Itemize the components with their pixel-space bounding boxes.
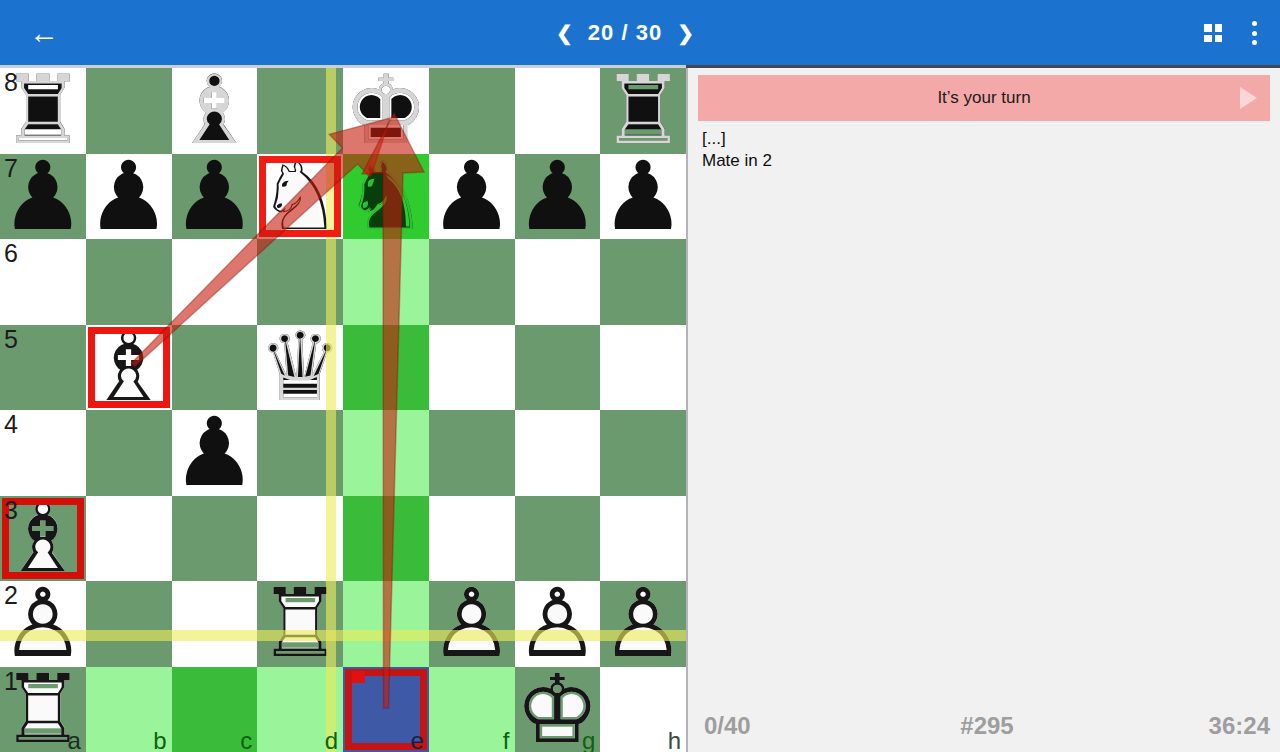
square-h1[interactable]: h: [600, 667, 686, 752]
file-label-f: f: [503, 727, 510, 752]
black-pawn-c4: ♟: [172, 410, 258, 496]
piece-detail-overlay: ♙: [515, 581, 601, 667]
score-counter: 0/40: [704, 712, 751, 740]
square-e7[interactable]: ♞♘: [343, 154, 429, 240]
app-bar: ← ❮ 20 / 30 ❯: [0, 0, 1280, 65]
piece-detail-overlay: ♖: [600, 68, 686, 154]
square-d4[interactable]: [257, 410, 343, 496]
square-d7[interactable]: ♞♘: [257, 154, 343, 240]
square-b2[interactable]: [86, 581, 172, 667]
turn-banner-label: It’s your turn: [937, 88, 1030, 108]
square-b1[interactable]: b: [86, 667, 172, 752]
rank-label-7: 7: [4, 154, 18, 183]
square-b8[interactable]: [86, 68, 172, 154]
square-c8[interactable]: ♝♗: [172, 68, 258, 154]
square-h5[interactable]: [600, 325, 686, 411]
piece-detail-overlay: ♔: [343, 68, 429, 154]
square-h3[interactable]: [600, 496, 686, 582]
file-label-a: a: [67, 727, 80, 752]
highlight-border-a3: [2, 498, 84, 580]
square-e3[interactable]: [343, 496, 429, 582]
square-e8[interactable]: ♚♔: [343, 68, 429, 154]
white-pawn-a2: ♟: [0, 581, 86, 667]
piece-detail-overlay: ♙: [429, 581, 515, 667]
square-h7[interactable]: ♟: [600, 154, 686, 240]
square-b3[interactable]: [86, 496, 172, 582]
black-king-e8: ♚: [343, 68, 429, 154]
piece-detail-overlay: ♙: [600, 581, 686, 667]
square-a7[interactable]: ♟7: [0, 154, 86, 240]
square-d1[interactable]: d: [257, 667, 343, 752]
piece-detail-overlay: ♖: [0, 68, 86, 154]
piece-detail-overlay: ♘: [343, 154, 429, 240]
square-a4[interactable]: 4: [0, 410, 86, 496]
next-puzzle-icon[interactable]: ❯: [677, 21, 694, 45]
square-e4[interactable]: [343, 410, 429, 496]
square-h8[interactable]: ♜♖: [600, 68, 686, 154]
file-label-h: h: [668, 727, 681, 752]
black-rook-h8: ♜: [600, 68, 686, 154]
square-a6[interactable]: 6: [0, 239, 86, 325]
border-corner-notch: [352, 671, 365, 683]
square-g7[interactable]: ♟: [515, 154, 601, 240]
square-b4[interactable]: [86, 410, 172, 496]
rank-label-6: 6: [4, 239, 18, 268]
square-d2[interactable]: ♜♖: [257, 581, 343, 667]
square-h4[interactable]: [600, 410, 686, 496]
file-label-c: c: [240, 727, 252, 752]
highlight-border-b5: [88, 327, 170, 409]
turn-banner[interactable]: It’s your turn: [698, 75, 1270, 121]
white-king-g1: ♚: [515, 667, 601, 752]
square-b6[interactable]: [86, 239, 172, 325]
highlight-border-e1: [345, 669, 427, 751]
square-c3[interactable]: [172, 496, 258, 582]
piece-detail-overlay: ♗: [172, 68, 258, 154]
board-area: ♜♖8♝♗♚♔♜♖♟7♟♟♞♘♞♘♟♟♟65♝♗♛♕4♟♝♗3♟♙2♜♖♟♙♟♙…: [0, 65, 686, 752]
square-g5[interactable]: [515, 325, 601, 411]
square-c6[interactable]: [172, 239, 258, 325]
square-g4[interactable]: [515, 410, 601, 496]
white-pawn-g2: ♟: [515, 581, 601, 667]
square-e5[interactable]: [343, 325, 429, 411]
square-a1[interactable]: ♜♖1a: [0, 667, 86, 752]
square-e1[interactable]: e: [343, 667, 429, 752]
highlight-border-d7: [259, 156, 341, 238]
square-f1[interactable]: f: [429, 667, 515, 752]
black-pawn-g7: ♟: [515, 154, 601, 240]
square-g1[interactable]: ♚♔g: [515, 667, 601, 752]
file-label-b: b: [153, 727, 166, 752]
black-knight-e7: ♞: [343, 154, 429, 240]
square-b7[interactable]: ♟: [86, 154, 172, 240]
rank-label-4: 4: [4, 410, 18, 439]
square-a8[interactable]: ♜♖8: [0, 68, 86, 154]
square-g6[interactable]: [515, 239, 601, 325]
chess-board: ♜♖8♝♗♚♔♜♖♟7♟♟♞♘♞♘♟♟♟65♝♗♛♕4♟♝♗3♟♙2♜♖♟♙♟♙…: [0, 68, 686, 752]
square-a2[interactable]: ♟♙2: [0, 581, 86, 667]
puzzle-counter: 20 / 30: [588, 20, 662, 46]
square-h6[interactable]: [600, 239, 686, 325]
square-c7[interactable]: ♟: [172, 154, 258, 240]
square-f3[interactable]: [429, 496, 515, 582]
grid-view-icon[interactable]: [1204, 24, 1222, 42]
square-c5[interactable]: [172, 325, 258, 411]
white-pawn-f2: ♟: [429, 581, 515, 667]
square-f7[interactable]: ♟: [429, 154, 515, 240]
square-b5[interactable]: ♝♗: [86, 325, 172, 411]
black-bishop-c8: ♝: [172, 68, 258, 154]
square-c4[interactable]: ♟: [172, 410, 258, 496]
puzzle-goal: Mate in 2: [702, 150, 1280, 172]
square-d6[interactable]: [257, 239, 343, 325]
rank-label-2: 2: [4, 581, 18, 610]
piece-detail-overlay: ♔: [515, 667, 601, 752]
piece-detail-overlay: ♙: [0, 581, 86, 667]
square-h2[interactable]: ♟♙: [600, 581, 686, 667]
white-rook-d2: ♜: [257, 581, 343, 667]
black-pawn-f7: ♟: [429, 154, 515, 240]
black-pawn-b7: ♟: [86, 154, 172, 240]
square-e6[interactable]: [343, 239, 429, 325]
status-bar: 0/40 #295 36:24: [704, 712, 1270, 740]
puzzle-navigation: ❮ 20 / 30 ❯: [556, 0, 694, 65]
square-f2[interactable]: ♟♙: [429, 581, 515, 667]
black-queen-d5: ♛: [257, 325, 343, 411]
square-g2[interactable]: ♟♙: [515, 581, 601, 667]
square-f8[interactable]: [429, 68, 515, 154]
rank-label-8: 8: [4, 68, 18, 97]
white-pawn-h2: ♟: [600, 581, 686, 667]
square-e2[interactable]: [343, 581, 429, 667]
square-a5[interactable]: 5: [0, 325, 86, 411]
square-g8[interactable]: [515, 68, 601, 154]
side-panel: It’s your turn [...] Mate in 2 0/40 #295…: [688, 65, 1280, 752]
piece-detail-overlay: ♖: [257, 581, 343, 667]
piece-detail-overlay: ♖: [0, 667, 86, 752]
square-d3[interactable]: [257, 496, 343, 582]
play-icon: [1240, 87, 1257, 109]
square-g3[interactable]: [515, 496, 601, 582]
square-c2[interactable]: [172, 581, 258, 667]
square-c1[interactable]: c: [172, 667, 258, 752]
square-a3[interactable]: ♝♗3: [0, 496, 86, 582]
square-f5[interactable]: [429, 325, 515, 411]
previous-puzzle-icon[interactable]: ❮: [556, 21, 573, 45]
square-f6[interactable]: [429, 239, 515, 325]
white-rook-a1: ♜: [0, 667, 86, 752]
rank-label-5: 5: [4, 325, 18, 354]
square-d5[interactable]: ♛♕: [257, 325, 343, 411]
main-content: ♜♖8♝♗♚♔♜♖♟7♟♟♞♘♞♘♟♟♟65♝♗♛♕4♟♝♗3♟♙2♜♖♟♙♟♙…: [0, 65, 1280, 752]
rank-label-1: 1: [4, 667, 18, 696]
square-f4[interactable]: [429, 410, 515, 496]
back-icon[interactable]: ←: [22, 0, 66, 65]
file-label-d: d: [325, 727, 338, 752]
overflow-menu-icon[interactable]: [1252, 21, 1258, 45]
move-line-opponent: [...]: [702, 128, 1280, 150]
black-pawn-h7: ♟: [600, 154, 686, 240]
timer: 36:24: [1209, 712, 1270, 740]
black-pawn-a7: ♟: [0, 154, 86, 240]
file-label-g: g: [582, 727, 595, 752]
black-pawn-c7: ♟: [172, 154, 258, 240]
piece-detail-overlay: ♕: [257, 325, 343, 411]
square-d8[interactable]: [257, 68, 343, 154]
puzzle-id: #295: [960, 712, 1013, 740]
move-list: [...] Mate in 2: [702, 128, 1280, 172]
black-rook-a8: ♜: [0, 68, 86, 154]
